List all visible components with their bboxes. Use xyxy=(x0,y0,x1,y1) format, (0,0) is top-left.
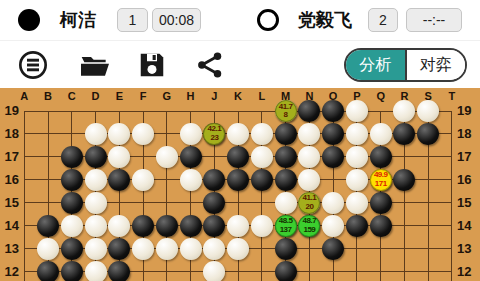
stone-K17[interactable] xyxy=(227,146,249,168)
stone-K18[interactable] xyxy=(227,123,249,145)
white-stone-icon xyxy=(257,9,279,31)
stone-E12[interactable] xyxy=(108,261,130,281)
stone-N19[interactable] xyxy=(298,100,320,122)
stone-J12[interactable] xyxy=(203,261,225,281)
col-label-Q: Q xyxy=(371,88,391,104)
stone-L17[interactable] xyxy=(251,146,273,168)
stone-E16[interactable] xyxy=(108,169,130,191)
stone-B14[interactable] xyxy=(37,215,59,237)
stone-D17[interactable] xyxy=(85,146,107,168)
move-badge-M14[interactable]: 48.5137 xyxy=(275,215,297,237)
stone-K16[interactable] xyxy=(227,169,249,191)
menu-icon xyxy=(17,49,49,81)
stone-F14[interactable] xyxy=(132,215,154,237)
badge-move-number: 20 xyxy=(305,203,313,212)
stone-K14[interactable] xyxy=(227,215,249,237)
col-label-K: K xyxy=(228,88,248,104)
stone-F13[interactable] xyxy=(132,238,154,260)
move-badge-M19[interactable]: 41.78 xyxy=(275,100,297,122)
go-board[interactable]: ABCDEFGHJKLMNOPQRST191918181717161615151… xyxy=(0,88,480,281)
row-label-left-12: 12 xyxy=(0,264,19,280)
move-badge-J18[interactable]: 42.123 xyxy=(203,123,225,145)
stone-E14[interactable] xyxy=(108,215,130,237)
stone-P18[interactable] xyxy=(346,123,368,145)
stone-P14[interactable] xyxy=(346,215,368,237)
stone-C15[interactable] xyxy=(61,192,83,214)
save-button[interactable] xyxy=(134,47,170,83)
open-file-button[interactable] xyxy=(77,47,113,83)
stone-Q17[interactable] xyxy=(370,146,392,168)
col-label-F: F xyxy=(133,88,153,104)
stone-C14[interactable] xyxy=(61,215,83,237)
player-bar: 柯洁 1 00:08 党毅飞 2 --:-- xyxy=(0,0,480,40)
stone-O18[interactable] xyxy=(322,123,344,145)
stone-D14[interactable] xyxy=(85,215,107,237)
stone-N18[interactable] xyxy=(298,123,320,145)
stone-C13[interactable] xyxy=(61,238,83,260)
stone-E17[interactable] xyxy=(108,146,130,168)
move-badge-N15[interactable]: 41.120 xyxy=(298,192,320,214)
stone-N17[interactable] xyxy=(298,146,320,168)
stone-P16[interactable] xyxy=(346,169,368,191)
stone-D16[interactable] xyxy=(85,169,107,191)
black-player-name: 柯洁 xyxy=(60,0,96,40)
stone-C12[interactable] xyxy=(61,261,83,281)
col-label-G: G xyxy=(157,88,177,104)
col-label-J: J xyxy=(204,88,224,104)
stone-F18[interactable] xyxy=(132,123,154,145)
white-player-name: 党毅飞 xyxy=(298,0,352,40)
stone-E18[interactable] xyxy=(108,123,130,145)
stone-S18[interactable] xyxy=(417,123,439,145)
col-label-D: D xyxy=(86,88,106,104)
stone-H17[interactable] xyxy=(180,146,202,168)
badge-move-number: 8 xyxy=(284,111,288,120)
row-label-right-13: 13 xyxy=(457,241,480,257)
white-count-badge: 2 xyxy=(368,8,398,32)
stone-H18[interactable] xyxy=(180,123,202,145)
stone-H16[interactable] xyxy=(180,169,202,191)
stone-N16[interactable] xyxy=(298,169,320,191)
stone-M15[interactable] xyxy=(275,192,297,214)
row-label-left-16: 16 xyxy=(0,172,19,188)
stone-Q15[interactable] xyxy=(370,192,392,214)
stone-O19[interactable] xyxy=(322,100,344,122)
stone-Q14[interactable] xyxy=(370,215,392,237)
row-label-right-17: 17 xyxy=(457,149,480,165)
stone-P19[interactable] xyxy=(346,100,368,122)
stone-C17[interactable] xyxy=(61,146,83,168)
stone-C16[interactable] xyxy=(61,169,83,191)
move-badge-N14[interactable]: 48.7159 xyxy=(298,215,320,237)
row-label-left-14: 14 xyxy=(0,218,19,234)
stone-D12[interactable] xyxy=(85,261,107,281)
badge-move-number: 137 xyxy=(280,226,292,235)
stone-R18[interactable] xyxy=(393,123,415,145)
stone-S19[interactable] xyxy=(417,100,439,122)
col-label-C: C xyxy=(62,88,82,104)
stone-P15[interactable] xyxy=(346,192,368,214)
col-label-A: A xyxy=(14,88,34,104)
stone-D13[interactable] xyxy=(85,238,107,260)
stone-O13[interactable] xyxy=(322,238,344,260)
col-label-T: T xyxy=(442,88,462,104)
stone-Q18[interactable] xyxy=(370,123,392,145)
stone-E13[interactable] xyxy=(108,238,130,260)
stone-J15[interactable] xyxy=(203,192,225,214)
stone-D15[interactable] xyxy=(85,192,107,214)
menu-button[interactable] xyxy=(15,47,51,83)
row-label-right-12: 12 xyxy=(457,264,480,280)
row-label-right-18: 18 xyxy=(457,126,480,142)
stone-M13[interactable] xyxy=(275,238,297,260)
row-label-left-19: 19 xyxy=(0,103,19,119)
stone-R19[interactable] xyxy=(393,100,415,122)
stone-L18[interactable] xyxy=(251,123,273,145)
black-stone-icon xyxy=(18,9,40,31)
stone-O17[interactable] xyxy=(322,146,344,168)
stone-K13[interactable] xyxy=(227,238,249,260)
share-button[interactable] xyxy=(192,47,228,83)
stone-G17[interactable] xyxy=(156,146,178,168)
open-file-icon xyxy=(79,49,111,81)
grid-line-col-A xyxy=(24,111,25,281)
stone-J14[interactable] xyxy=(203,215,225,237)
move-badge-Q16[interactable]: 49.9171 xyxy=(370,169,392,191)
black-clock: 00:08 xyxy=(152,8,201,32)
grid-line-col-T xyxy=(451,111,452,281)
stone-J13[interactable] xyxy=(203,238,225,260)
row-label-left-17: 17 xyxy=(0,149,19,165)
stone-M17[interactable] xyxy=(275,146,297,168)
tab-play[interactable]: 对弈 xyxy=(405,50,466,80)
stone-O14[interactable] xyxy=(322,215,344,237)
stone-R16[interactable] xyxy=(393,169,415,191)
stone-L14[interactable] xyxy=(251,215,273,237)
stone-L16[interactable] xyxy=(251,169,273,191)
stone-M12[interactable] xyxy=(275,261,297,281)
row-label-left-13: 13 xyxy=(0,241,19,257)
save-icon xyxy=(137,50,167,80)
stone-M18[interactable] xyxy=(275,123,297,145)
row-label-right-16: 16 xyxy=(457,172,480,188)
badge-move-number: 159 xyxy=(303,226,315,235)
stone-H14[interactable] xyxy=(180,215,202,237)
stone-J16[interactable] xyxy=(203,169,225,191)
row-label-left-18: 18 xyxy=(0,126,19,142)
stone-H13[interactable] xyxy=(180,238,202,260)
stone-P17[interactable] xyxy=(346,146,368,168)
col-label-H: H xyxy=(181,88,201,104)
share-icon xyxy=(195,50,225,80)
stone-F16[interactable] xyxy=(132,169,154,191)
row-label-right-19: 19 xyxy=(457,103,480,119)
badge-move-number: 171 xyxy=(375,180,387,189)
row-label-right-15: 15 xyxy=(457,195,480,211)
col-label-B: B xyxy=(38,88,58,104)
mode-switch: 分析 对弈 xyxy=(344,48,467,82)
stone-O15[interactable] xyxy=(322,192,344,214)
white-clock: --:-- xyxy=(406,8,462,32)
stone-G13[interactable] xyxy=(156,238,178,260)
stone-D18[interactable] xyxy=(85,123,107,145)
grid-line-row-19 xyxy=(24,111,452,112)
row-label-left-15: 15 xyxy=(0,195,19,211)
stone-G14[interactable] xyxy=(156,215,178,237)
tab-analysis[interactable]: 分析 xyxy=(346,50,405,80)
app-screen: 柯洁 1 00:08 党毅飞 2 --:-- xyxy=(0,0,480,281)
row-label-right-14: 14 xyxy=(457,218,480,234)
stone-B12[interactable] xyxy=(37,261,59,281)
stone-M16[interactable] xyxy=(275,169,297,191)
black-count-badge: 1 xyxy=(117,8,148,32)
col-label-E: E xyxy=(109,88,129,104)
col-label-L: L xyxy=(252,88,272,104)
badge-move-number: 23 xyxy=(210,134,218,143)
stone-B13[interactable] xyxy=(37,238,59,260)
toolbar: 分析 对弈 xyxy=(0,40,480,88)
